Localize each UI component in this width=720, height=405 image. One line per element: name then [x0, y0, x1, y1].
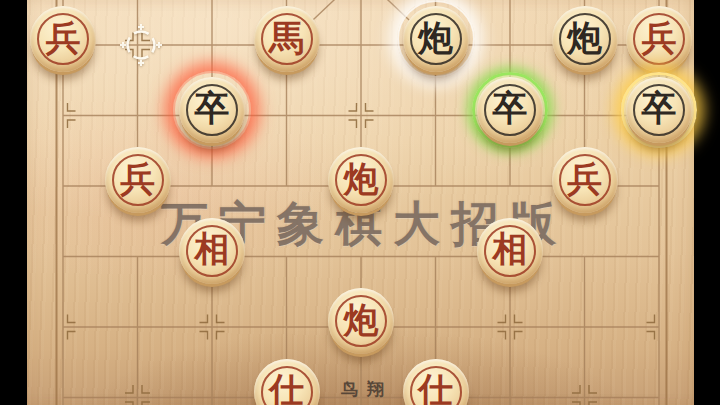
piece-disc: 卒	[626, 77, 692, 143]
piece-disc: 炮	[328, 147, 394, 213]
piece-character: 相	[195, 231, 230, 266]
piece-red-elephant-g5[interactable]: 相	[477, 218, 543, 284]
piece-character: 卒	[493, 90, 528, 125]
piece-character: 炮	[418, 20, 453, 55]
piece-disc: 兵	[30, 6, 96, 72]
piece-red-soldier-h6[interactable]: 兵	[552, 147, 618, 213]
piece-disc: 相	[179, 218, 245, 284]
piece-red-advisor-f3[interactable]: 仕	[403, 359, 469, 405]
piece-character: 炮	[567, 20, 602, 55]
piece-red-horse-d8[interactable]: 馬	[254, 6, 320, 72]
piece-character: 卒	[642, 90, 677, 125]
piece-disc: 卒	[477, 77, 543, 143]
piece-character: 兵	[46, 20, 81, 55]
piece-black-soldier-c7[interactable]: 卒	[179, 77, 245, 143]
piece-disc: 仕	[403, 359, 469, 405]
piece-character: 兵	[567, 161, 602, 196]
piece-disc: 兵	[552, 147, 618, 213]
piece-character: 相	[493, 231, 528, 266]
piece-disc: 卒	[179, 77, 245, 143]
piece-red-soldier-b6[interactable]: 兵	[105, 147, 171, 213]
piece-disc: 炮	[552, 6, 618, 72]
game-screen: 万宁象棋大招版 鸟翔 兵馬炮炮兵卒卒卒兵炮兵相相炮仕仕	[0, 0, 720, 405]
piece-character: 炮	[344, 302, 379, 337]
piece-red-advisor-d3[interactable]: 仕	[254, 359, 320, 405]
piece-black-cannon-h8[interactable]: 炮	[552, 6, 618, 72]
piece-black-soldier-g7[interactable]: 卒	[477, 77, 543, 143]
piece-red-cannon-e6[interactable]: 炮	[328, 147, 394, 213]
piece-red-cannon-e4[interactable]: 炮	[328, 288, 394, 354]
piece-black-soldier-i7[interactable]: 卒	[626, 77, 692, 143]
piece-disc: 炮	[403, 6, 469, 72]
piece-disc: 炮	[328, 288, 394, 354]
piece-disc: 馬	[254, 6, 320, 72]
piece-red-soldier-i8[interactable]: 兵	[626, 6, 692, 72]
piece-red-elephant-c5[interactable]: 相	[179, 218, 245, 284]
piece-character: 卒	[195, 90, 230, 125]
piece-character: 兵	[120, 161, 155, 196]
piece-character: 仕	[418, 372, 453, 405]
piece-disc: 仕	[254, 359, 320, 405]
piece-character: 炮	[344, 161, 379, 196]
piece-disc: 兵	[626, 6, 692, 72]
piece-disc: 相	[477, 218, 543, 284]
piece-character: 兵	[642, 20, 677, 55]
piece-disc: 兵	[105, 147, 171, 213]
piece-character: 馬	[269, 20, 304, 55]
piece-character: 仕	[269, 372, 304, 405]
piece-red-soldier-a8[interactable]: 兵	[30, 6, 96, 72]
bottom-watermark-text: 鸟翔	[341, 378, 393, 401]
piece-black-cannon-f8[interactable]: 炮	[403, 6, 469, 72]
move-target-reticle[interactable]	[119, 23, 163, 67]
